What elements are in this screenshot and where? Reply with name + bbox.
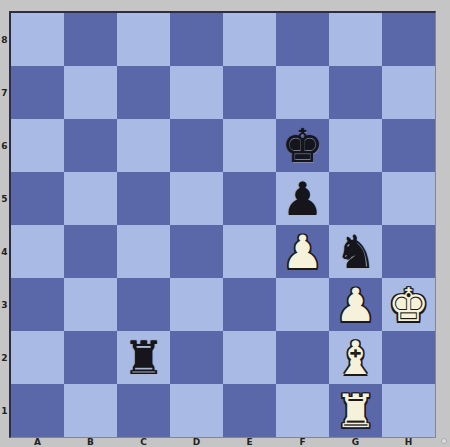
- square-g6[interactable]: [329, 119, 382, 172]
- white-pawn[interactable]: ♟: [276, 225, 329, 278]
- square-d6[interactable]: [170, 119, 223, 172]
- square-a8[interactable]: [11, 13, 64, 66]
- black-pawn[interactable]: ♟: [276, 172, 329, 225]
- rank-label-5: 5: [0, 172, 9, 225]
- square-g2[interactable]: ♝: [329, 331, 382, 384]
- square-c3[interactable]: [117, 278, 170, 331]
- square-h8[interactable]: [382, 13, 435, 66]
- rank-label-7: 7: [0, 66, 9, 119]
- square-e7[interactable]: [223, 66, 276, 119]
- square-c8[interactable]: [117, 13, 170, 66]
- square-h7[interactable]: [382, 66, 435, 119]
- square-c6[interactable]: [117, 119, 170, 172]
- square-b7[interactable]: [64, 66, 117, 119]
- square-a2[interactable]: [11, 331, 64, 384]
- rank-label-4: 4: [0, 225, 9, 278]
- square-a6[interactable]: [11, 119, 64, 172]
- square-e8[interactable]: [223, 13, 276, 66]
- square-a3[interactable]: [11, 278, 64, 331]
- file-label-c: C: [117, 437, 170, 447]
- square-a5[interactable]: [11, 172, 64, 225]
- square-c7[interactable]: [117, 66, 170, 119]
- square-b8[interactable]: [64, 13, 117, 66]
- square-c1[interactable]: [117, 384, 170, 437]
- square-b4[interactable]: [64, 225, 117, 278]
- square-h3[interactable]: ♚: [382, 278, 435, 331]
- square-b2[interactable]: [64, 331, 117, 384]
- file-label-b: B: [64, 437, 117, 447]
- square-d1[interactable]: [170, 384, 223, 437]
- square-f8[interactable]: [276, 13, 329, 66]
- square-f1[interactable]: [276, 384, 329, 437]
- square-h2[interactable]: [382, 331, 435, 384]
- file-label-f: F: [276, 437, 329, 447]
- square-d7[interactable]: [170, 66, 223, 119]
- rank-label-3: 3: [0, 278, 9, 331]
- square-e4[interactable]: [223, 225, 276, 278]
- square-b6[interactable]: [64, 119, 117, 172]
- square-e3[interactable]: [223, 278, 276, 331]
- rank-label-8: 8: [0, 13, 9, 66]
- square-h4[interactable]: [382, 225, 435, 278]
- square-g4[interactable]: ♞: [329, 225, 382, 278]
- rank-label-1: 1: [0, 384, 9, 437]
- square-c5[interactable]: [117, 172, 170, 225]
- square-g5[interactable]: [329, 172, 382, 225]
- square-c2[interactable]: ♜: [117, 331, 170, 384]
- square-a4[interactable]: [11, 225, 64, 278]
- square-e2[interactable]: [223, 331, 276, 384]
- square-f3[interactable]: [276, 278, 329, 331]
- square-e5[interactable]: [223, 172, 276, 225]
- black-knight[interactable]: ♞: [329, 225, 382, 278]
- rank-label-2: 2: [0, 331, 9, 384]
- square-b3[interactable]: [64, 278, 117, 331]
- square-e6[interactable]: [223, 119, 276, 172]
- square-e1[interactable]: [223, 384, 276, 437]
- white-pawn[interactable]: ♟: [329, 278, 382, 331]
- square-d5[interactable]: [170, 172, 223, 225]
- black-king[interactable]: ♚: [276, 119, 329, 172]
- file-label-a: A: [11, 437, 64, 447]
- white-bishop[interactable]: ♝: [329, 331, 382, 384]
- square-b1[interactable]: [64, 384, 117, 437]
- square-f6[interactable]: ♚: [276, 119, 329, 172]
- chess-app-window: 87654321 ♚♟♟♞♟♚♜♝♜ ABCDEFGH: [0, 0, 450, 447]
- rank-labels: 87654321: [0, 13, 9, 437]
- square-d3[interactable]: [170, 278, 223, 331]
- square-g7[interactable]: [329, 66, 382, 119]
- chess-board: ♚♟♟♞♟♚♜♝♜: [11, 13, 435, 437]
- rank-label-6: 6: [0, 119, 9, 172]
- square-h1[interactable]: [382, 384, 435, 437]
- file-label-h: H: [382, 437, 435, 447]
- square-c4[interactable]: [117, 225, 170, 278]
- file-labels: ABCDEFGH: [11, 437, 435, 447]
- square-d8[interactable]: [170, 13, 223, 66]
- file-label-e: E: [223, 437, 276, 447]
- square-f4[interactable]: ♟: [276, 225, 329, 278]
- white-rook[interactable]: ♜: [329, 384, 382, 437]
- square-a1[interactable]: [11, 384, 64, 437]
- square-a7[interactable]: [11, 66, 64, 119]
- file-label-d: D: [170, 437, 223, 447]
- square-g3[interactable]: ♟: [329, 278, 382, 331]
- square-g8[interactable]: [329, 13, 382, 66]
- square-f2[interactable]: [276, 331, 329, 384]
- square-d2[interactable]: [170, 331, 223, 384]
- black-rook[interactable]: ♜: [117, 331, 170, 384]
- square-h6[interactable]: [382, 119, 435, 172]
- resize-grip[interactable]: [441, 438, 447, 444]
- file-label-g: G: [329, 437, 382, 447]
- white-king[interactable]: ♚: [382, 278, 435, 331]
- square-h5[interactable]: [382, 172, 435, 225]
- square-b5[interactable]: [64, 172, 117, 225]
- square-d4[interactable]: [170, 225, 223, 278]
- board-frame: ♚♟♟♞♟♚♜♝♜: [9, 11, 436, 438]
- square-f7[interactable]: [276, 66, 329, 119]
- square-g1[interactable]: ♜: [329, 384, 382, 437]
- square-f5[interactable]: ♟: [276, 172, 329, 225]
